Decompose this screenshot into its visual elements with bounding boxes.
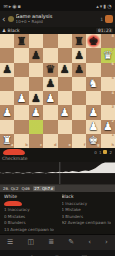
square-d7[interactable]: [43, 48, 57, 62]
black-pawn-d5: ♟: [45, 78, 55, 89]
move-ribbon: 26. Qc2Qd627. Qh7#: [0, 185, 115, 192]
square-e8[interactable]: [58, 34, 72, 48]
square-a3[interactable]: ♟: [0, 105, 14, 119]
square-c4[interactable]: ♟: [29, 91, 43, 105]
coord-rank-1: 1: [112, 134, 114, 138]
square-g4[interactable]: [86, 91, 100, 105]
status-icons-right: ▴▾▮◔: [96, 3, 112, 9]
coord-rank-7: 7: [112, 49, 114, 53]
square-f8[interactable]: ♜: [72, 34, 86, 48]
coord-file-f: f: [84, 144, 86, 148]
square-g2[interactable]: ♟: [86, 120, 100, 134]
summary-stat-row: 3 Blunders: [62, 214, 112, 219]
square-b2[interactable]: [14, 120, 28, 134]
square-h2[interactable]: 2♟: [101, 120, 115, 134]
app-bar: ‹ Game analysis 10+0 • Rapid 1: [0, 11, 115, 27]
square-c8[interactable]: [29, 34, 43, 48]
white-player-row: 012: [0, 148, 115, 156]
summary-white-name: White: [4, 194, 54, 199]
square-f3[interactable]: [72, 105, 86, 119]
square-c7[interactable]: ♟: [29, 48, 43, 62]
notification-icon-circle: ◉: [12, 3, 16, 9]
square-c2[interactable]: [29, 120, 43, 134]
coord-file-e: e: [69, 144, 71, 148]
square-f4[interactable]: [72, 91, 86, 105]
square-h8[interactable]: 8: [101, 34, 115, 48]
black-pawn-e6: ♟: [60, 64, 70, 75]
square-f2[interactable]: [72, 120, 86, 134]
square-b8[interactable]: ♜: [14, 34, 28, 48]
square-e5[interactable]: [58, 77, 72, 91]
avatar[interactable]: [105, 15, 113, 23]
black-pawn-c7: ♟: [31, 50, 41, 61]
square-d6[interactable]: ♛: [43, 63, 57, 77]
wifi-icon: ▾: [100, 3, 103, 9]
summary-white-rows: 1 Inaccuracy0 Mistakes0 Blunders13 Avera…: [4, 207, 54, 232]
square-c1[interactable]: c: [29, 134, 43, 148]
square-d1[interactable]: d: [43, 134, 57, 148]
badge-1: 1: [99, 150, 102, 155]
android-home-icon[interactable]: ○: [54, 253, 59, 256]
coord-rank-4: 4: [112, 92, 114, 96]
coord-rank-5: 5: [112, 77, 114, 81]
square-f6[interactable]: ♟: [72, 63, 86, 77]
summary-stat-row: 1 Mistake: [62, 207, 112, 212]
white-pawn-g3: ♟: [89, 107, 99, 118]
badge-0: 0: [94, 150, 97, 155]
summary-stat-row: 92 Average centipawn loss: [62, 220, 112, 225]
coord-file-a: a: [11, 144, 13, 148]
step-forward-icon[interactable]: ›: [105, 239, 108, 246]
coord-file-g: g: [97, 144, 100, 148]
white-pawn-a3: ♟: [2, 107, 12, 118]
coord-rank-8: 8: [112, 35, 114, 39]
notification-icon-dot: ▪: [18, 3, 21, 9]
black-queen-d6: ♛: [45, 64, 55, 75]
coord-rank-2: 2: [112, 120, 114, 124]
black-player-name: Black: [8, 28, 20, 33]
square-c6[interactable]: [29, 63, 43, 77]
black-pawn-f6: ♟: [74, 64, 84, 75]
square-g5[interactable]: ♞: [86, 77, 100, 91]
square-b5[interactable]: [14, 77, 28, 91]
square-g6[interactable]: [86, 63, 100, 77]
black-pawn-icon: ♟: [2, 28, 6, 33]
square-h3[interactable]: 3: [101, 105, 115, 119]
square-b6[interactable]: [14, 63, 28, 77]
coord-rank-3: 3: [112, 106, 114, 110]
coord-file-b: b: [25, 144, 28, 148]
move-counter: 1: [100, 17, 103, 22]
black-pawn-c4: ♟: [31, 93, 41, 104]
white-pawn-c3: ♟: [31, 107, 41, 118]
black-pawn-a6: ♟: [2, 64, 12, 75]
badge-2: 2: [109, 150, 112, 155]
white-knight-g5: ♞: [89, 78, 99, 89]
eval-graph-svg: [0, 162, 115, 184]
battery-icon: ▮: [103, 3, 106, 9]
square-h4[interactable]: 4: [101, 91, 115, 105]
analysis-summary: White 1 Inaccuracy0 Mistakes0 Blunders13…: [0, 192, 115, 234]
white-player-flair-icon: [3, 149, 25, 155]
chess-board[interactable]: ♜♜♚8♟♟7♛♟♛♟♟6♟♞5♟♟♟4♟♟♟♟3♟2♟a♜bcdefg♚1h: [0, 34, 115, 148]
square-a6[interactable]: ♟: [0, 63, 14, 77]
square-f1[interactable]: f: [72, 134, 86, 148]
coord-file-h: h: [112, 144, 115, 148]
black-pawn-f7: ♟: [74, 50, 84, 61]
square-e6[interactable]: ♟: [58, 63, 72, 77]
square-a1[interactable]: a♜: [0, 134, 14, 148]
title-block: Game analysis 10+0 • Rapid: [16, 14, 99, 24]
analysis-toolbar: ☰◫≣✎‹›: [0, 234, 115, 250]
menu-icon[interactable]: ☰: [7, 239, 13, 246]
move-token[interactable]: 27. Qh7#: [33, 186, 55, 191]
square-g3[interactable]: ♟: [86, 105, 100, 119]
annotate-pencil-icon[interactable]: ✎: [68, 239, 74, 246]
signal-icon: ▴: [96, 3, 99, 9]
analysis-badges: 012: [94, 150, 112, 155]
white-pawn-b4: ♟: [17, 93, 27, 104]
square-c3[interactable]: ♟: [29, 105, 43, 119]
summary-white-column: White 1 Inaccuracy0 Mistakes0 Blunders13…: [4, 194, 54, 232]
black-player-row: ♟ Black 01:23: [0, 27, 115, 34]
square-b3[interactable]: [14, 105, 28, 119]
black-king-g8: ♚: [89, 36, 99, 47]
square-d8[interactable]: [43, 34, 57, 48]
square-e2[interactable]: [58, 120, 72, 134]
summary-white-flair-icon: [4, 201, 22, 206]
square-h7[interactable]: 7♛: [101, 48, 115, 62]
engine-icon[interactable]: ≣: [48, 239, 54, 246]
square-c5[interactable]: [29, 77, 43, 91]
summary-stat-row: 0 Blunders: [4, 220, 54, 225]
status-icons-left: ✉▸◉▪: [3, 3, 21, 9]
gold-chip-icon: [103, 150, 107, 154]
square-e7[interactable]: [58, 48, 72, 62]
square-g1[interactable]: g♚: [86, 134, 100, 148]
square-d4[interactable]: ♟: [43, 91, 57, 105]
square-b4[interactable]: ♟: [14, 91, 28, 105]
eval-graph[interactable]: [0, 162, 115, 185]
square-d2[interactable]: [43, 120, 57, 134]
black-clock: 01:23: [96, 28, 113, 33]
white-pawn-e3: ♟: [60, 107, 70, 118]
summary-black-column: Black 1 Inaccuracy1 Mistake3 Blunders92 …: [62, 194, 112, 232]
square-e4[interactable]: [58, 91, 72, 105]
white-pawn-g2: ♟: [89, 121, 99, 132]
black-rook-b8: ♜: [17, 36, 27, 47]
square-h5[interactable]: 5: [101, 77, 115, 91]
android-recents-icon[interactable]: □: [82, 253, 88, 256]
summary-stat-row: 1 Inaccuracy: [62, 201, 112, 206]
square-d5[interactable]: ♟: [43, 77, 57, 91]
clock-icon: ◔: [107, 3, 111, 9]
summary-black-name: Black: [62, 194, 112, 199]
move-token[interactable]: 26. Qc2: [3, 186, 19, 191]
white-pawn-d4: ♟: [45, 93, 55, 104]
square-f7[interactable]: ♟: [72, 48, 86, 62]
square-a8[interactable]: [0, 34, 14, 48]
android-back-icon[interactable]: ◁: [28, 253, 33, 256]
square-e1[interactable]: e: [58, 134, 72, 148]
back-chevron-icon[interactable]: ‹: [2, 15, 6, 24]
summary-stat-row: 13 Average centipawn loss: [4, 227, 54, 232]
black-rook-f8: ♜: [74, 36, 84, 47]
square-f5[interactable]: [72, 77, 86, 91]
explorer-book-icon[interactable]: ◫: [27, 239, 34, 246]
square-a5[interactable]: [0, 77, 14, 91]
summary-stat-row: 0 Mistakes: [4, 214, 54, 219]
status-bar: ✉▸◉▪ ▴▾▮◔: [0, 0, 115, 11]
coord-file-c: c: [40, 144, 42, 148]
square-a4[interactable]: [0, 91, 14, 105]
summary-stat-row: 1 Inaccuracy: [4, 207, 54, 212]
coord-rank-6: 6: [112, 63, 114, 67]
square-h1[interactable]: 1h: [101, 134, 115, 148]
coord-file-d: d: [54, 144, 57, 148]
game-icon: [8, 16, 14, 22]
square-e3[interactable]: ♟: [58, 105, 72, 119]
square-b1[interactable]: b: [14, 134, 28, 148]
notification-icon-mail: ✉: [4, 3, 8, 9]
page-subtitle: 10+0 • Rapid: [16, 20, 99, 25]
square-b7[interactable]: [14, 48, 28, 62]
square-h6[interactable]: 6: [101, 63, 115, 77]
notification-icon-play: ▸: [9, 3, 12, 9]
step-back-icon[interactable]: ‹: [88, 239, 91, 246]
square-g7[interactable]: [86, 48, 100, 62]
square-a7[interactable]: [0, 48, 14, 62]
square-a2[interactable]: [0, 120, 14, 134]
summary-black-rows: 1 Inaccuracy1 Mistake3 Blunders92 Averag…: [62, 201, 112, 226]
square-g8[interactable]: ♚: [86, 34, 100, 48]
android-nav-bar: ◁○□: [0, 250, 115, 256]
square-d3[interactable]: [43, 105, 57, 119]
move-token[interactable]: Qd6: [22, 186, 30, 191]
